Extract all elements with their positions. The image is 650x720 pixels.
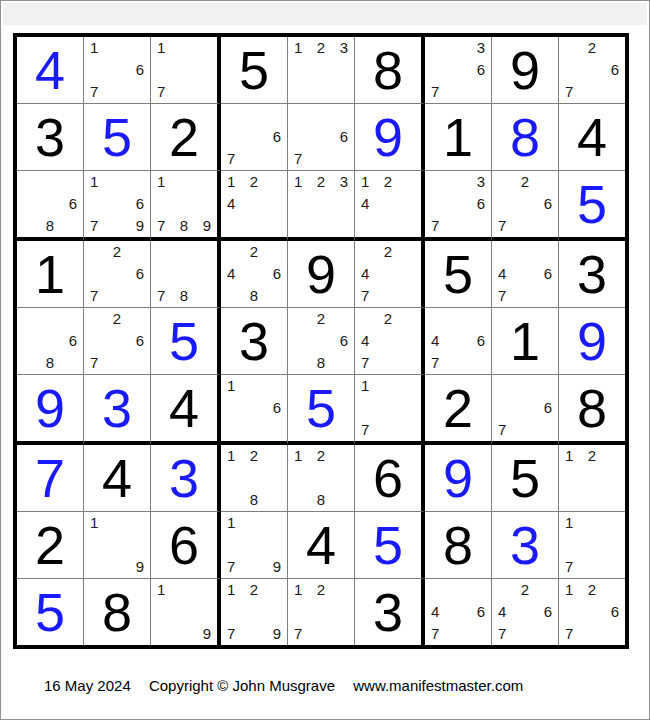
- candidate-digit: 9: [203, 626, 211, 641]
- candidate-digit: 1: [227, 515, 235, 530]
- candidate-grid: 1679: [84, 171, 150, 237]
- cell-r4c7[interactable]: 5: [425, 241, 492, 308]
- solved-digit: 9: [425, 445, 491, 511]
- candidate-digit: 7: [157, 288, 165, 303]
- candidate-digit: 9: [273, 626, 281, 641]
- candidate-grid: 2467: [492, 579, 558, 645]
- candidate-digit: 3: [477, 174, 485, 189]
- cell-r1c2[interactable]: 167: [84, 37, 151, 104]
- cell-r2c6[interactable]: 9: [355, 104, 425, 171]
- cell-r3c3[interactable]: 1789: [151, 171, 221, 241]
- solved-digit: 5: [288, 375, 354, 441]
- candidate-digit: 1: [565, 448, 573, 463]
- cell-r9c6[interactable]: 3: [355, 579, 425, 645]
- candidate-digit: 8: [250, 492, 258, 507]
- candidate-digit: 7: [157, 84, 165, 99]
- cell-r7c8[interactable]: 5: [492, 445, 559, 512]
- candidate-digit: 2: [317, 40, 325, 55]
- candidate-digit: 6: [69, 196, 77, 211]
- candidate-digit: 1: [227, 448, 235, 463]
- cell-r8c6[interactable]: 5: [355, 512, 425, 579]
- candidate-digit: 7: [90, 218, 98, 233]
- given-digit: 2: [425, 375, 491, 441]
- candidate-digit: 6: [340, 333, 348, 348]
- given-digit: 8: [559, 375, 625, 441]
- candidate-grid: 467: [492, 241, 558, 307]
- candidate-digit: 2: [250, 174, 258, 189]
- candidate-digit: 1: [565, 515, 573, 530]
- candidate-grid: 467: [425, 579, 491, 645]
- candidate-digit: 9: [203, 218, 211, 233]
- given-digit: 4: [151, 375, 217, 441]
- cell-r3c9[interactable]: 5: [559, 171, 625, 241]
- candidate-digit: 6: [136, 333, 144, 348]
- candidate-digit: 7: [294, 626, 302, 641]
- candidate-digit: 2: [317, 582, 325, 597]
- candidate-digit: 4: [431, 333, 439, 348]
- candidate-digit: 1: [294, 448, 302, 463]
- candidate-digit: 1: [227, 174, 235, 189]
- candidate-digit: 1: [565, 582, 573, 597]
- candidate-digit: 6: [544, 604, 552, 619]
- cell-r5c9[interactable]: 9: [559, 308, 625, 375]
- given-digit: 6: [151, 512, 217, 578]
- given-digit: 5: [221, 37, 287, 103]
- cell-r3c7[interactable]: 367: [425, 171, 492, 241]
- cell-r9c9[interactable]: 1267: [559, 579, 625, 645]
- cell-r4c9[interactable]: 3: [559, 241, 625, 308]
- cell-r6c7[interactable]: 2: [425, 375, 492, 445]
- solved-digit: 3: [84, 375, 150, 441]
- candidate-grid: 167: [84, 37, 150, 103]
- candidate-digit: 8: [46, 218, 54, 233]
- candidate-digit: 2: [250, 582, 258, 597]
- candidate-digit: 4: [431, 604, 439, 619]
- candidate-digit: 8: [317, 492, 325, 507]
- candidate-digit: 6: [273, 266, 281, 281]
- candidate-digit: 7: [157, 218, 165, 233]
- candidate-digit: 2: [521, 582, 529, 597]
- cell-r1c8[interactable]: 9: [492, 37, 559, 104]
- given-digit: 9: [492, 37, 558, 103]
- candidate-digit: 8: [180, 288, 188, 303]
- cell-r7c2[interactable]: 4: [84, 445, 151, 512]
- candidate-grid: 68: [17, 171, 83, 237]
- candidate-grid: 12: [559, 445, 625, 511]
- cell-r4c5[interactable]: 9: [288, 241, 355, 308]
- cell-r8c8[interactable]: 3: [492, 512, 559, 579]
- given-digit: 8: [84, 579, 150, 645]
- cell-r8c5[interactable]: 4: [288, 512, 355, 579]
- candidate-digit: 6: [136, 196, 144, 211]
- cell-r1c9[interactable]: 267: [559, 37, 625, 104]
- candidate-grid: 1789: [151, 171, 217, 237]
- candidate-digit: 6: [340, 129, 348, 144]
- candidate-digit: 2: [384, 244, 392, 259]
- candidate-grid: 267: [492, 171, 558, 237]
- candidate-digit: 1: [294, 40, 302, 55]
- given-digit: 1: [425, 104, 491, 170]
- candidate-digit: 7: [431, 355, 439, 370]
- candidate-digit: 3: [477, 40, 485, 55]
- candidate-grid: 367: [425, 37, 491, 103]
- candidate-digit: 1: [294, 582, 302, 597]
- candidate-digit: 7: [90, 355, 98, 370]
- candidate-digit: 1: [157, 582, 165, 597]
- cell-r2c2[interactable]: 5: [84, 104, 151, 171]
- candidate-digit: 6: [611, 62, 619, 77]
- cell-r5c4[interactable]: 3: [221, 308, 288, 375]
- cell-r4c1[interactable]: 1: [17, 241, 84, 308]
- candidate-grid: 267: [84, 308, 150, 374]
- cell-r9c2[interactable]: 8: [84, 579, 151, 645]
- cell-r6c6[interactable]: 17: [355, 375, 425, 445]
- candidate-digit: 6: [273, 129, 281, 144]
- candidate-digit: 7: [227, 559, 235, 574]
- candidate-digit: 2: [113, 244, 121, 259]
- cell-r5c3[interactable]: 5: [151, 308, 221, 375]
- cell-r6c2[interactable]: 3: [84, 375, 151, 445]
- cell-r8c2[interactable]: 19: [84, 512, 151, 579]
- candidate-grid: 17: [355, 375, 421, 441]
- cell-r5c2[interactable]: 267: [84, 308, 151, 375]
- candidate-grid: 467: [425, 308, 491, 374]
- given-digit: 3: [559, 241, 625, 307]
- candidate-grid: 124: [355, 171, 421, 237]
- candidate-grid: 123: [288, 37, 354, 103]
- candidate-digit: 6: [69, 333, 77, 348]
- candidate-grid: 1279: [221, 579, 287, 645]
- cell-r8c7[interactable]: 8: [425, 512, 492, 579]
- cell-r1c5[interactable]: 123: [288, 37, 355, 104]
- candidate-digit: 6: [544, 196, 552, 211]
- candidate-digit: 7: [227, 626, 235, 641]
- cell-r6c8[interactable]: 67: [492, 375, 559, 445]
- candidate-digit: 4: [227, 196, 235, 211]
- candidate-digit: 1: [361, 378, 369, 393]
- cell-r2c7[interactable]: 1: [425, 104, 492, 171]
- cell-r2c4[interactable]: 67: [221, 104, 288, 171]
- cell-r8c9[interactable]: 17: [559, 512, 625, 579]
- given-digit: 3: [17, 104, 83, 170]
- candidate-grid: 267: [559, 37, 625, 103]
- candidate-digit: 9: [136, 218, 144, 233]
- candidate-grid: 268: [288, 308, 354, 374]
- given-digit: 4: [288, 512, 354, 578]
- candidate-digit: 4: [361, 333, 369, 348]
- cell-r3c1[interactable]: 68: [17, 171, 84, 241]
- cell-r8c3[interactable]: 6: [151, 512, 221, 579]
- cell-r3c8[interactable]: 267: [492, 171, 559, 241]
- candidate-grid: 78: [151, 241, 217, 307]
- app-window: 4167175123836792673526767918468167917891…: [0, 0, 650, 720]
- candidate-digit: 9: [136, 559, 144, 574]
- cell-r2c5[interactable]: 67: [288, 104, 355, 171]
- candidate-digit: 8: [46, 355, 54, 370]
- given-digit: 1: [17, 241, 83, 307]
- candidate-digit: 4: [498, 604, 506, 619]
- candidate-digit: 3: [340, 174, 348, 189]
- candidate-digit: 9: [273, 559, 281, 574]
- solved-digit: 8: [492, 104, 558, 170]
- candidate-digit: 1: [90, 40, 98, 55]
- candidate-grid: 128: [221, 445, 287, 511]
- cell-r1c6[interactable]: 8: [355, 37, 425, 104]
- given-digit: 5: [492, 445, 558, 511]
- solved-digit: 5: [151, 308, 217, 374]
- given-digit: 5: [425, 241, 491, 307]
- candidate-grid: 124: [221, 171, 287, 237]
- cell-r2c1[interactable]: 3: [17, 104, 84, 171]
- cell-r1c7[interactable]: 367: [425, 37, 492, 104]
- candidate-grid: 247: [355, 241, 421, 307]
- given-digit: 8: [425, 512, 491, 578]
- cell-r4c2[interactable]: 267: [84, 241, 151, 308]
- candidate-digit: 7: [227, 151, 235, 166]
- cell-r1c1[interactable]: 4: [17, 37, 84, 104]
- candidate-digit: 7: [90, 288, 98, 303]
- candidate-digit: 2: [521, 174, 529, 189]
- cell-r5c6[interactable]: 247: [355, 308, 425, 375]
- candidate-grid: 247: [355, 308, 421, 374]
- cell-r7c9[interactable]: 12: [559, 445, 625, 512]
- candidate-digit: 4: [361, 196, 369, 211]
- cell-r1c4[interactable]: 5: [221, 37, 288, 104]
- cell-r7c6[interactable]: 6: [355, 445, 425, 512]
- cell-r9c5[interactable]: 127: [288, 579, 355, 645]
- candidate-grid: 17: [151, 37, 217, 103]
- cell-r7c4[interactable]: 128: [221, 445, 288, 512]
- candidate-digit: 6: [544, 400, 552, 415]
- cell-r3c2[interactable]: 1679: [84, 171, 151, 241]
- cell-r2c8[interactable]: 8: [492, 104, 559, 171]
- sudoku-board: 4167175123836792673526767918468167917891…: [13, 33, 629, 649]
- candidate-grid: 68: [17, 308, 83, 374]
- candidate-digit: 2: [250, 244, 258, 259]
- candidate-digit: 6: [136, 62, 144, 77]
- candidate-grid: 67: [492, 375, 558, 441]
- footer: 16 May 2024 Copyright © John Musgrave ww…: [44, 677, 523, 694]
- solved-digit: 7: [17, 445, 83, 511]
- candidate-digit: 3: [340, 40, 348, 55]
- cell-r8c1[interactable]: 2: [17, 512, 84, 579]
- candidate-digit: 2: [113, 311, 121, 326]
- cell-r4c4[interactable]: 2468: [221, 241, 288, 308]
- solved-digit: 5: [17, 579, 83, 645]
- cell-r2c3[interactable]: 2: [151, 104, 221, 171]
- cell-r7c5[interactable]: 128: [288, 445, 355, 512]
- cell-r5c1[interactable]: 68: [17, 308, 84, 375]
- candidate-digit: 6: [477, 333, 485, 348]
- candidate-digit: 7: [565, 626, 573, 641]
- given-digit: 6: [355, 445, 421, 511]
- candidate-digit: 2: [250, 448, 258, 463]
- candidate-digit: 7: [565, 84, 573, 99]
- cell-r8c4[interactable]: 179: [221, 512, 288, 579]
- cell-r4c6[interactable]: 247: [355, 241, 425, 308]
- candidate-digit: 2: [588, 448, 596, 463]
- candidate-grid: 179: [221, 512, 287, 578]
- solved-digit: 9: [17, 375, 83, 441]
- candidate-digit: 6: [477, 62, 485, 77]
- candidate-digit: 4: [498, 266, 506, 281]
- footer-date: 16 May 2024: [44, 677, 131, 694]
- solved-digit: 5: [559, 171, 625, 237]
- candidate-digit: 6: [477, 196, 485, 211]
- given-digit: 3: [355, 579, 421, 645]
- cell-r9c1[interactable]: 5: [17, 579, 84, 645]
- candidate-digit: 1: [90, 174, 98, 189]
- solved-digit: 5: [355, 512, 421, 578]
- candidate-grid: 67: [221, 104, 287, 170]
- cell-r1c3[interactable]: 17: [151, 37, 221, 104]
- given-digit: 4: [84, 445, 150, 511]
- given-digit: 2: [151, 104, 217, 170]
- candidate-digit: 7: [498, 218, 506, 233]
- cell-r9c4[interactable]: 1279: [221, 579, 288, 645]
- candidate-grid: 367: [425, 171, 491, 237]
- given-digit: 2: [17, 512, 83, 578]
- given-digit: 9: [288, 241, 354, 307]
- candidate-digit: 2: [588, 582, 596, 597]
- candidate-digit: 6: [611, 604, 619, 619]
- cell-r9c3[interactable]: 19: [151, 579, 221, 645]
- candidate-grid: 1267: [559, 579, 625, 645]
- given-digit: 8: [355, 37, 421, 103]
- solved-digit: 5: [84, 104, 150, 170]
- candidate-digit: 4: [227, 266, 235, 281]
- footer-url: www.manifestmaster.com: [353, 677, 523, 694]
- candidate-digit: 7: [565, 559, 573, 574]
- candidate-digit: 7: [294, 151, 302, 166]
- candidate-digit: 6: [273, 400, 281, 415]
- cell-r7c3[interactable]: 3: [151, 445, 221, 512]
- candidate-digit: 2: [317, 448, 325, 463]
- candidate-digit: 2: [588, 40, 596, 55]
- candidate-digit: 1: [157, 40, 165, 55]
- cell-r6c9[interactable]: 8: [559, 375, 625, 445]
- given-digit: 1: [492, 308, 558, 374]
- candidate-digit: 1: [157, 174, 165, 189]
- given-digit: 3: [221, 308, 287, 374]
- candidate-digit: 8: [180, 218, 188, 233]
- cell-r9c7[interactable]: 467: [425, 579, 492, 645]
- solved-digit: 9: [355, 104, 421, 170]
- cell-r3c4[interactable]: 124: [221, 171, 288, 241]
- footer-copyright: Copyright © John Musgrave: [149, 677, 335, 694]
- solved-digit: 4: [17, 37, 83, 103]
- candidate-digit: 1: [361, 174, 369, 189]
- candidate-digit: 2: [384, 174, 392, 189]
- candidate-digit: 7: [498, 288, 506, 303]
- given-digit: 4: [559, 104, 625, 170]
- cell-r6c5[interactable]: 5: [288, 375, 355, 445]
- cell-r7c1[interactable]: 7: [17, 445, 84, 512]
- cell-r6c4[interactable]: 16: [221, 375, 288, 445]
- cell-r3c6[interactable]: 124: [355, 171, 425, 241]
- candidate-digit: 7: [90, 84, 98, 99]
- solved-digit: 3: [492, 512, 558, 578]
- candidate-grid: 128: [288, 445, 354, 511]
- cell-r5c5[interactable]: 268: [288, 308, 355, 375]
- solved-digit: 3: [151, 445, 217, 511]
- cell-r4c3[interactable]: 78: [151, 241, 221, 308]
- candidate-digit: 1: [90, 515, 98, 530]
- candidate-grid: 123: [288, 171, 354, 237]
- candidate-digit: 7: [431, 84, 439, 99]
- cell-r7c7[interactable]: 9: [425, 445, 492, 512]
- cell-r6c1[interactable]: 9: [17, 375, 84, 445]
- candidate-digit: 6: [544, 266, 552, 281]
- candidate-digit: 6: [136, 266, 144, 281]
- candidate-digit: 7: [498, 626, 506, 641]
- candidate-grid: 17: [559, 512, 625, 578]
- cell-r6c3[interactable]: 4: [151, 375, 221, 445]
- candidate-digit: 8: [317, 355, 325, 370]
- candidate-digit: 2: [384, 311, 392, 326]
- candidate-digit: 7: [361, 288, 369, 303]
- candidate-digit: 2: [317, 174, 325, 189]
- candidate-digit: 7: [498, 422, 506, 437]
- solved-digit: 9: [559, 308, 625, 374]
- candidate-grid: 267: [84, 241, 150, 307]
- cell-r5c8[interactable]: 1: [492, 308, 559, 375]
- candidate-digit: 1: [294, 174, 302, 189]
- candidate-grid: 19: [151, 579, 217, 645]
- candidate-digit: 7: [431, 218, 439, 233]
- candidate-digit: 1: [227, 582, 235, 597]
- cell-r5c7[interactable]: 467: [425, 308, 492, 375]
- cell-r4c8[interactable]: 467: [492, 241, 559, 308]
- candidate-grid: 19: [84, 512, 150, 578]
- cell-r9c8[interactable]: 2467: [492, 579, 559, 645]
- cell-r3c5[interactable]: 123: [288, 171, 355, 241]
- candidate-grid: 127: [288, 579, 354, 645]
- candidate-grid: 67: [288, 104, 354, 170]
- candidate-digit: 2: [317, 311, 325, 326]
- candidate-digit: 7: [361, 422, 369, 437]
- candidate-digit: 6: [477, 604, 485, 619]
- candidate-digit: 4: [361, 266, 369, 281]
- candidate-digit: 8: [250, 288, 258, 303]
- candidate-digit: 7: [431, 626, 439, 641]
- candidate-digit: 1: [227, 378, 235, 393]
- candidate-grid: 16: [221, 375, 287, 441]
- cell-r2c9[interactable]: 4: [559, 104, 625, 171]
- candidate-grid: 2468: [221, 241, 287, 307]
- candidate-digit: 7: [361, 355, 369, 370]
- window-top-strip: [3, 3, 647, 25]
